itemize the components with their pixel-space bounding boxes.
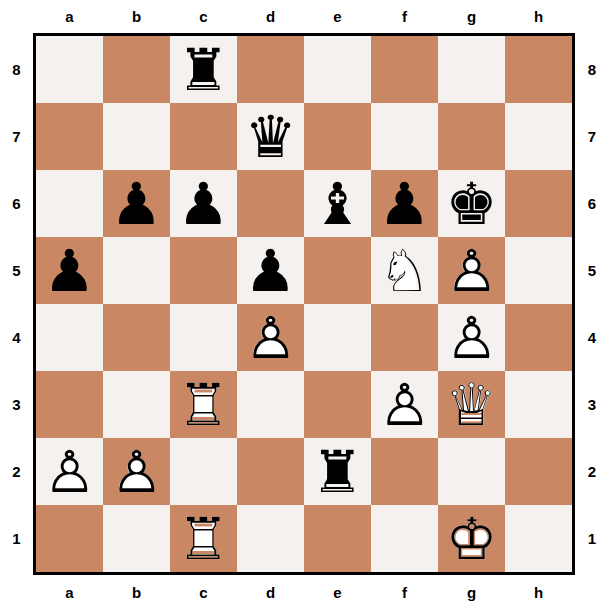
square-c2[interactable]: [170, 438, 237, 505]
square-h7[interactable]: [505, 103, 572, 170]
square-g1[interactable]: ♚♔: [438, 505, 505, 572]
piece-black-pawn: ♟: [237, 237, 304, 304]
square-a8[interactable]: [36, 36, 103, 103]
file-label-a: a: [36, 0, 103, 33]
piece-black-pawn: ♟: [103, 170, 170, 237]
file-label-g: g: [438, 575, 505, 609]
square-d4[interactable]: ♟♙: [237, 304, 304, 371]
square-e1[interactable]: [304, 505, 371, 572]
square-d8[interactable]: [237, 36, 304, 103]
square-a1[interactable]: [36, 505, 103, 572]
square-a4[interactable]: [36, 304, 103, 371]
piece-black-king: ♚: [438, 170, 505, 237]
square-d7[interactable]: ♛: [237, 103, 304, 170]
square-f5[interactable]: ♞♘: [371, 237, 438, 304]
file-label-c: c: [170, 575, 237, 609]
rank-label-3: 3: [575, 371, 609, 438]
square-a7[interactable]: [36, 103, 103, 170]
piece-black-pawn: ♟: [36, 237, 103, 304]
file-label-h: h: [505, 0, 572, 33]
square-b4[interactable]: [103, 304, 170, 371]
square-e3[interactable]: [304, 371, 371, 438]
square-d2[interactable]: [237, 438, 304, 505]
square-g3[interactable]: ♛♕: [438, 371, 505, 438]
rank-label-7: 7: [575, 103, 609, 170]
chess-diagram: abcdefgh abcdefgh 87654321 87654321 ♜♛♟♟…: [0, 0, 609, 609]
piece-white-pawn: ♟♙: [103, 438, 170, 505]
file-label-b: b: [103, 0, 170, 33]
rank-label-4: 4: [0, 304, 33, 371]
file-labels-bottom: abcdefgh: [36, 575, 572, 609]
piece-white-knight: ♞♘: [371, 237, 438, 304]
rank-label-6: 6: [0, 170, 33, 237]
rank-label-1: 1: [0, 505, 33, 572]
square-a3[interactable]: [36, 371, 103, 438]
piece-white-rook: ♜♖: [170, 371, 237, 438]
file-label-d: d: [237, 575, 304, 609]
square-b6[interactable]: ♟: [103, 170, 170, 237]
square-f2[interactable]: [371, 438, 438, 505]
square-d1[interactable]: [237, 505, 304, 572]
square-c5[interactable]: [170, 237, 237, 304]
piece-black-bishop: ♝: [304, 170, 371, 237]
square-c1[interactable]: ♜♖: [170, 505, 237, 572]
square-h6[interactable]: [505, 170, 572, 237]
square-a5[interactable]: ♟: [36, 237, 103, 304]
rank-label-2: 2: [0, 438, 33, 505]
file-label-e: e: [304, 575, 371, 609]
piece-black-rook: ♜: [170, 36, 237, 103]
rank-label-3: 3: [0, 371, 33, 438]
square-e7[interactable]: [304, 103, 371, 170]
square-b7[interactable]: [103, 103, 170, 170]
square-d5[interactable]: ♟: [237, 237, 304, 304]
square-g6[interactable]: ♚: [438, 170, 505, 237]
file-label-a: a: [36, 575, 103, 609]
square-g2[interactable]: [438, 438, 505, 505]
square-h8[interactable]: [505, 36, 572, 103]
piece-white-pawn: ♟♙: [237, 304, 304, 371]
square-h1[interactable]: [505, 505, 572, 572]
square-c4[interactable]: [170, 304, 237, 371]
square-f1[interactable]: [371, 505, 438, 572]
piece-black-pawn: ♟: [170, 170, 237, 237]
square-b2[interactable]: ♟♙: [103, 438, 170, 505]
square-b8[interactable]: [103, 36, 170, 103]
file-label-e: e: [304, 0, 371, 33]
file-label-d: d: [237, 0, 304, 33]
square-d6[interactable]: [237, 170, 304, 237]
square-h5[interactable]: [505, 237, 572, 304]
piece-white-pawn: ♟♙: [438, 304, 505, 371]
rank-label-8: 8: [575, 36, 609, 103]
file-label-f: f: [371, 0, 438, 33]
square-c6[interactable]: ♟: [170, 170, 237, 237]
piece-black-rook: ♜: [304, 438, 371, 505]
rank-label-2: 2: [575, 438, 609, 505]
rank-label-5: 5: [575, 237, 609, 304]
square-e5[interactable]: [304, 237, 371, 304]
square-c3[interactable]: ♜♖: [170, 371, 237, 438]
square-e6[interactable]: ♝: [304, 170, 371, 237]
square-f8[interactable]: [371, 36, 438, 103]
rank-label-7: 7: [0, 103, 33, 170]
piece-white-pawn: ♟♙: [438, 237, 505, 304]
square-h4[interactable]: [505, 304, 572, 371]
piece-black-queen: ♛: [237, 103, 304, 170]
file-label-f: f: [371, 575, 438, 609]
piece-white-king: ♚♔: [438, 505, 505, 572]
square-f3[interactable]: ♟♙: [371, 371, 438, 438]
square-e2[interactable]: ♜: [304, 438, 371, 505]
square-g4[interactable]: ♟♙: [438, 304, 505, 371]
file-labels-top: abcdefgh: [36, 0, 572, 33]
chess-board: ♜♛♟♟♝♟♚♟♟♞♘♟♙♟♙♟♙♜♖♟♙♛♕♟♙♟♙♜♜♖♚♔: [33, 33, 575, 575]
square-e4[interactable]: [304, 304, 371, 371]
rank-label-5: 5: [0, 237, 33, 304]
file-label-h: h: [505, 575, 572, 609]
square-c7[interactable]: [170, 103, 237, 170]
square-g8[interactable]: [438, 36, 505, 103]
rank-label-1: 1: [575, 505, 609, 572]
square-e8[interactable]: [304, 36, 371, 103]
rank-label-8: 8: [0, 36, 33, 103]
square-g7[interactable]: [438, 103, 505, 170]
file-label-c: c: [170, 0, 237, 33]
piece-white-pawn: ♟♙: [371, 371, 438, 438]
square-c8[interactable]: ♜: [170, 36, 237, 103]
square-b1[interactable]: [103, 505, 170, 572]
rank-labels-left: 87654321: [0, 36, 33, 572]
piece-black-pawn: ♟: [371, 170, 438, 237]
rank-label-6: 6: [575, 170, 609, 237]
file-label-g: g: [438, 0, 505, 33]
file-label-b: b: [103, 575, 170, 609]
square-f4[interactable]: [371, 304, 438, 371]
piece-white-queen: ♛♕: [438, 371, 505, 438]
square-f6[interactable]: ♟: [371, 170, 438, 237]
piece-white-rook: ♜♖: [170, 505, 237, 572]
piece-white-pawn: ♟♙: [36, 438, 103, 505]
square-a2[interactable]: ♟♙: [36, 438, 103, 505]
square-h2[interactable]: [505, 438, 572, 505]
square-h3[interactable]: [505, 371, 572, 438]
square-d3[interactable]: [237, 371, 304, 438]
square-a6[interactable]: [36, 170, 103, 237]
rank-label-4: 4: [575, 304, 609, 371]
square-b3[interactable]: [103, 371, 170, 438]
square-b5[interactable]: [103, 237, 170, 304]
square-f7[interactable]: [371, 103, 438, 170]
square-g5[interactable]: ♟♙: [438, 237, 505, 304]
rank-labels-right: 87654321: [575, 36, 609, 572]
